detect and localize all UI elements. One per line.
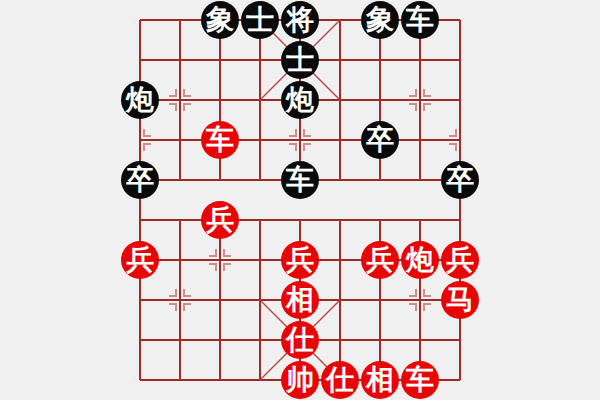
piece-red-general[interactable]: 帅 <box>281 361 319 399</box>
piece-red-advisor[interactable]: 仕 <box>321 361 359 399</box>
piece-black-soldier[interactable]: 卒 <box>121 161 159 199</box>
piece-black-advisor[interactable]: 士 <box>281 41 319 79</box>
piece-red-cannon[interactable]: 炮 <box>401 241 439 279</box>
piece-black-soldier[interactable]: 卒 <box>441 161 479 199</box>
xiangqi-screen: 象士将象车士炮炮车卒卒车卒兵兵兵兵炮兵相马仕帅仕相车 <box>0 0 600 400</box>
piece-black-general[interactable]: 将 <box>281 1 319 39</box>
piece-red-soldier[interactable]: 兵 <box>121 241 159 279</box>
piece-black-cannon[interactable]: 炮 <box>281 81 319 119</box>
piece-red-elephant[interactable]: 相 <box>281 281 319 319</box>
piece-red-chariot[interactable]: 车 <box>201 121 239 159</box>
pieces-layer: 象士将象车士炮炮车卒卒车卒兵兵兵兵炮兵相马仕帅仕相车 <box>140 20 460 380</box>
piece-black-chariot[interactable]: 车 <box>281 161 319 199</box>
piece-red-horse[interactable]: 马 <box>441 281 479 319</box>
piece-red-elephant[interactable]: 相 <box>361 361 399 399</box>
piece-black-soldier[interactable]: 卒 <box>361 121 399 159</box>
piece-black-cannon[interactable]: 炮 <box>121 81 159 119</box>
piece-black-elephant[interactable]: 象 <box>361 1 399 39</box>
piece-black-advisor[interactable]: 士 <box>241 1 279 39</box>
piece-red-soldier[interactable]: 兵 <box>201 201 239 239</box>
piece-black-chariot[interactable]: 车 <box>401 1 439 39</box>
piece-red-soldier[interactable]: 兵 <box>281 241 319 279</box>
piece-red-soldier[interactable]: 兵 <box>441 241 479 279</box>
piece-red-advisor[interactable]: 仕 <box>281 321 319 359</box>
piece-red-chariot[interactable]: 车 <box>401 361 439 399</box>
piece-red-soldier[interactable]: 兵 <box>361 241 399 279</box>
xiangqi-board[interactable]: 象士将象车士炮炮车卒卒车卒兵兵兵兵炮兵相马仕帅仕相车 <box>140 20 460 380</box>
piece-black-elephant[interactable]: 象 <box>201 1 239 39</box>
